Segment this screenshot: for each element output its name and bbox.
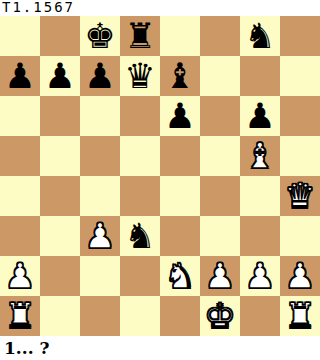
board-square[interactable]: ♟: [80, 56, 120, 96]
board-square[interactable]: [40, 96, 80, 136]
board-square[interactable]: ♟: [160, 96, 200, 136]
board-square[interactable]: [120, 176, 160, 216]
black-pawn-piece[interactable]: ♟: [80, 56, 120, 96]
board-square[interactable]: [160, 176, 200, 216]
board-square[interactable]: [200, 216, 240, 256]
board-square[interactable]: ♟: [200, 256, 240, 296]
board-square[interactable]: [200, 16, 240, 56]
white-pawn-piece[interactable]: ♟: [80, 216, 120, 256]
board-square[interactable]: ♞: [120, 216, 160, 256]
board-square[interactable]: [40, 216, 80, 256]
board-square[interactable]: [240, 56, 280, 96]
board-square[interactable]: [160, 16, 200, 56]
puzzle-window: T1.1567 ♚♜♞♟♟♟♛♝♟♟♝♛♟♞♟♞♟♟♟♜♚♜ 1... ?: [0, 0, 320, 360]
board-square[interactable]: [280, 56, 320, 96]
white-bishop-piece[interactable]: ♝: [240, 136, 280, 176]
board-square[interactable]: [40, 136, 80, 176]
white-queen-piece[interactable]: ♛: [280, 176, 320, 216]
board-square[interactable]: [80, 136, 120, 176]
board-square[interactable]: ♟: [0, 56, 40, 96]
board-square[interactable]: [0, 96, 40, 136]
board-square[interactable]: [120, 256, 160, 296]
board-square[interactable]: [240, 296, 280, 336]
white-knight-piece[interactable]: ♞: [160, 256, 200, 296]
board-square[interactable]: [200, 56, 240, 96]
board-square[interactable]: ♟: [280, 256, 320, 296]
board-square[interactable]: [280, 216, 320, 256]
white-king-piece[interactable]: ♚: [200, 296, 240, 336]
board-square[interactable]: [0, 136, 40, 176]
board-square[interactable]: [200, 136, 240, 176]
chess-board: ♚♜♞♟♟♟♛♝♟♟♝♛♟♞♟♞♟♟♟♜♚♜: [0, 16, 320, 336]
white-pawn-piece[interactable]: ♟: [0, 256, 40, 296]
board-square[interactable]: ♛: [120, 56, 160, 96]
board-square[interactable]: [200, 176, 240, 216]
board-square[interactable]: ♝: [240, 136, 280, 176]
black-queen-piece[interactable]: ♛: [120, 56, 160, 96]
board-square[interactable]: ♟: [240, 256, 280, 296]
board-square[interactable]: ♜: [280, 296, 320, 336]
board-square[interactable]: [120, 96, 160, 136]
board-square[interactable]: ♟: [0, 256, 40, 296]
board-square[interactable]: [80, 256, 120, 296]
move-prompt: 1... ?: [0, 336, 320, 360]
board-square[interactable]: [280, 96, 320, 136]
board-square[interactable]: [120, 296, 160, 336]
board-square[interactable]: [280, 136, 320, 176]
board-square[interactable]: [40, 256, 80, 296]
white-rook-piece[interactable]: ♜: [0, 296, 40, 336]
black-bishop-piece[interactable]: ♝: [160, 56, 200, 96]
board-square[interactable]: ♚: [200, 296, 240, 336]
board-square[interactable]: [200, 96, 240, 136]
board-square[interactable]: [160, 296, 200, 336]
board-square[interactable]: ♞: [240, 16, 280, 56]
board-square[interactable]: ♛: [280, 176, 320, 216]
board-square[interactable]: ♜: [0, 296, 40, 336]
board-square[interactable]: [80, 96, 120, 136]
board-square[interactable]: ♞: [160, 256, 200, 296]
board-square[interactable]: ♟: [40, 56, 80, 96]
board-square[interactable]: ♟: [240, 96, 280, 136]
board-square[interactable]: [280, 16, 320, 56]
board-square[interactable]: [80, 176, 120, 216]
black-knight-piece[interactable]: ♞: [120, 216, 160, 256]
board-square[interactable]: [40, 16, 80, 56]
board-square[interactable]: [160, 216, 200, 256]
white-rook-piece[interactable]: ♜: [280, 296, 320, 336]
board-square[interactable]: [160, 136, 200, 176]
black-knight-piece[interactable]: ♞: [240, 16, 280, 56]
board-square[interactable]: ♝: [160, 56, 200, 96]
black-pawn-piece[interactable]: ♟: [0, 56, 40, 96]
board-square[interactable]: [240, 216, 280, 256]
board-square[interactable]: [120, 136, 160, 176]
black-pawn-piece[interactable]: ♟: [240, 96, 280, 136]
board-square[interactable]: [40, 296, 80, 336]
black-king-piece[interactable]: ♚: [80, 16, 120, 56]
white-pawn-piece[interactable]: ♟: [200, 256, 240, 296]
board-square[interactable]: [0, 16, 40, 56]
black-pawn-piece[interactable]: ♟: [40, 56, 80, 96]
white-pawn-piece[interactable]: ♟: [240, 256, 280, 296]
board-square[interactable]: [80, 296, 120, 336]
black-pawn-piece[interactable]: ♟: [160, 96, 200, 136]
board-square[interactable]: ♚: [80, 16, 120, 56]
board-square[interactable]: ♜: [120, 16, 160, 56]
board-square[interactable]: [40, 176, 80, 216]
board-square[interactable]: [240, 176, 280, 216]
black-rook-piece[interactable]: ♜: [120, 16, 160, 56]
board-square[interactable]: ♟: [80, 216, 120, 256]
puzzle-title: T1.1567: [0, 0, 320, 16]
board-square[interactable]: [0, 176, 40, 216]
board-square[interactable]: [0, 216, 40, 256]
white-pawn-piece[interactable]: ♟: [280, 256, 320, 296]
